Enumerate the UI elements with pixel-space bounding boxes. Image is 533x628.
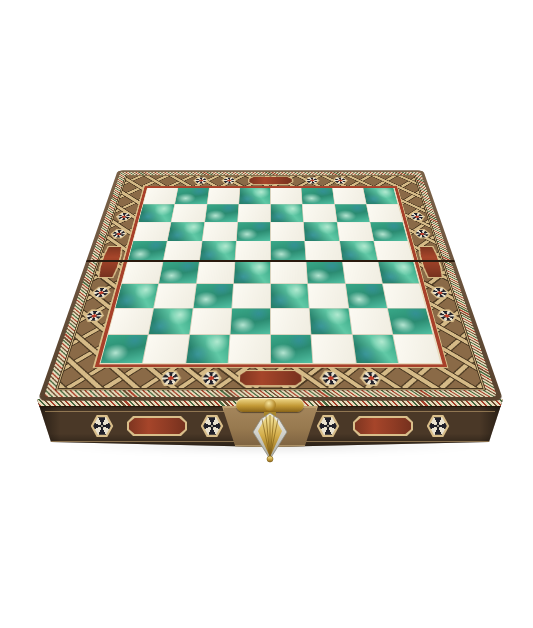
square-c7 [204,204,238,221]
square-c2 [189,308,231,334]
square-a7 [138,204,174,221]
square-g1 [352,334,397,362]
rosette-icon [114,212,133,221]
square-d2 [230,308,270,334]
square-b2 [149,308,192,334]
square-b8 [175,188,208,204]
square-d6 [236,222,270,241]
checker-rosette-icon [91,415,114,438]
square-b5 [163,241,201,261]
chessboard [100,188,440,363]
rosette-icon [318,370,342,386]
square-b1 [143,334,188,362]
red-inlay-cartouche [353,416,413,436]
square-c1 [185,334,229,362]
board-top [37,170,503,400]
square-g2 [348,308,391,334]
square-d4 [233,261,269,283]
square-e2 [270,308,310,334]
rosette-icon [198,370,222,386]
square-a3 [115,284,158,308]
square-f7 [302,204,336,221]
red-inlay-cartouche [127,416,187,436]
square-d1 [228,334,270,362]
square-f5 [305,241,341,261]
square-e4 [270,261,306,283]
square-h6 [370,222,407,241]
checker-rosette-icon [317,415,340,438]
square-f8 [301,188,333,204]
square-h1 [393,334,440,362]
rosette-icon [157,370,182,386]
checker-rosette-icon [427,415,450,438]
square-e8 [270,188,301,204]
square-c6 [202,222,237,241]
red-inlay-cartouche [237,369,303,386]
square-h5 [374,241,413,261]
square-b6 [167,222,203,241]
rosette-icon [358,370,383,386]
rosette-icon [82,309,106,322]
square-e7 [270,204,302,221]
rosette-icon [192,176,209,184]
square-e5 [270,241,305,261]
square-f2 [309,308,351,334]
product-photo-scene [0,0,533,628]
square-f6 [303,222,338,241]
square-g3 [345,284,386,308]
square-a2 [108,308,153,334]
latch-pendant-icon [249,412,291,464]
square-a8 [143,188,177,204]
red-inlay-cartouche [247,176,293,184]
rosette-icon [304,176,320,184]
square-f3 [308,284,348,308]
square-g5 [339,241,377,261]
square-g7 [334,204,369,221]
square-c3 [193,284,233,308]
square-b3 [154,284,195,308]
rosette-icon [89,286,112,298]
rosette-icon [108,228,128,238]
square-h4 [378,261,419,283]
square-h8 [363,188,397,204]
square-d3 [232,284,270,308]
square-g6 [337,222,373,241]
square-a1 [100,334,147,362]
square-a4 [121,261,162,283]
square-c5 [199,241,235,261]
square-c8 [207,188,239,204]
square-e6 [270,222,304,241]
rosette-icon [220,176,236,184]
square-h7 [366,204,402,221]
rosette-icon [428,286,451,298]
square-b4 [159,261,198,283]
rosette-icon [412,228,432,238]
square-d8 [238,188,269,204]
rosette-icon [407,212,426,221]
square-g4 [342,261,381,283]
square-e1 [270,334,312,362]
square-h2 [387,308,432,334]
square-f1 [311,334,355,362]
square-c4 [196,261,234,283]
rosette-icon [434,309,458,322]
square-d7 [237,204,269,221]
checker-rosette-icon [201,415,224,438]
square-e3 [270,284,308,308]
square-g8 [332,188,365,204]
square-h3 [382,284,425,308]
latch-plate [236,398,304,412]
square-f4 [306,261,344,283]
square-d5 [235,241,270,261]
hinge-seam [85,259,454,261]
square-a5 [127,241,166,261]
square-a6 [133,222,170,241]
square-b7 [171,204,206,221]
rosette-icon [331,176,348,184]
